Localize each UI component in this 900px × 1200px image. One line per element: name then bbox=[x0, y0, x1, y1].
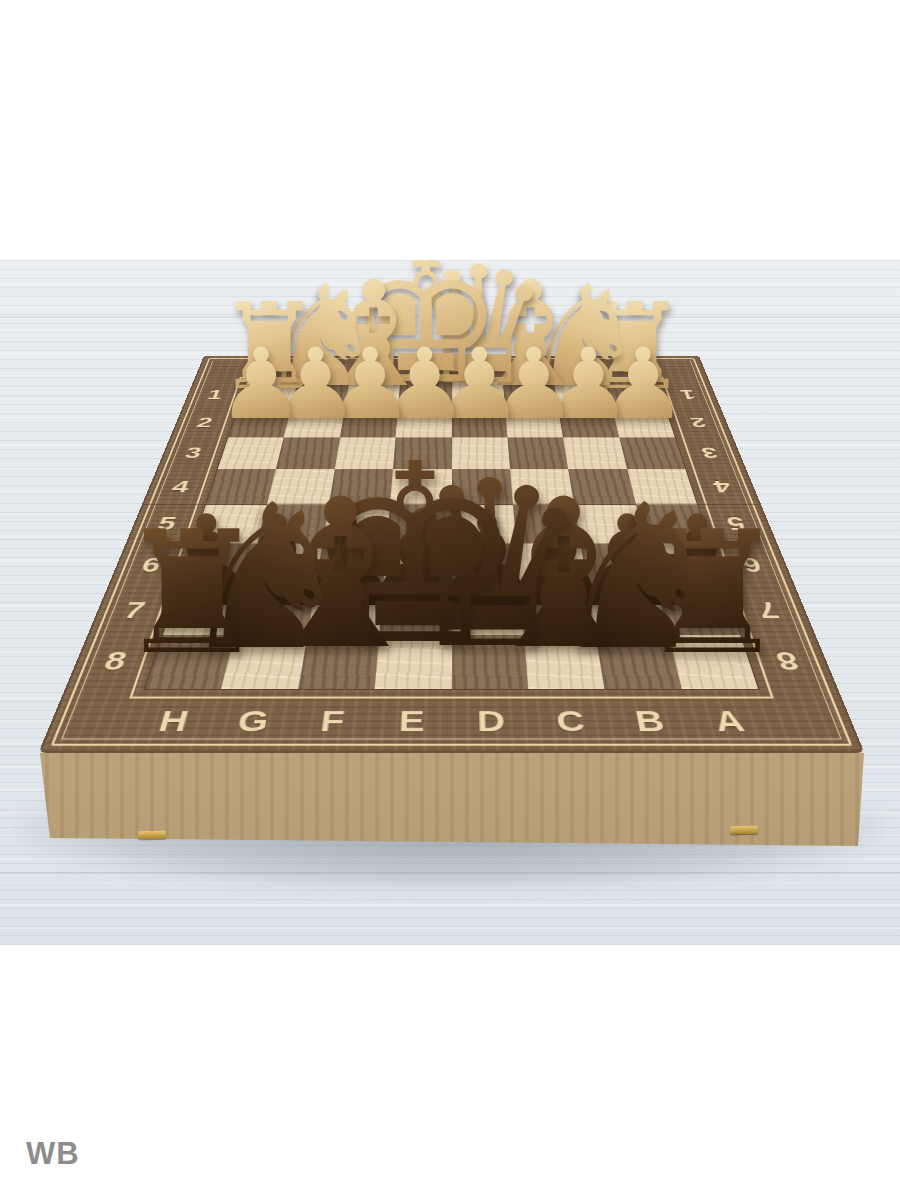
rank-label-left-7: 7 bbox=[120, 597, 149, 624]
file-label-far-F: F bbox=[368, 361, 385, 375]
watermark: WB bbox=[26, 1136, 80, 1172]
square-e3 bbox=[393, 437, 451, 469]
square-c8 bbox=[524, 635, 605, 689]
rank-label-left-4: 4 bbox=[169, 477, 193, 496]
square-d5 bbox=[452, 505, 517, 544]
file-label-near-A: A bbox=[710, 704, 748, 738]
square-a6 bbox=[645, 543, 724, 586]
square-d8 bbox=[452, 635, 529, 689]
square-c7 bbox=[520, 587, 596, 635]
square-f3 bbox=[335, 437, 396, 469]
square-g6 bbox=[247, 543, 322, 586]
square-g8 bbox=[222, 635, 308, 689]
square-c5 bbox=[513, 505, 581, 544]
file-label-far-B: B bbox=[567, 361, 588, 375]
square-g2 bbox=[284, 408, 345, 437]
square-h1 bbox=[238, 381, 298, 408]
square-g1 bbox=[291, 381, 349, 408]
screenshot: HGFEDCBAHGFEDCBA1234567812345678 ♜♞♝♛♚♝♞… bbox=[0, 0, 900, 1200]
square-c6 bbox=[516, 543, 588, 586]
square-b5 bbox=[574, 505, 645, 544]
rank-label-left-3: 3 bbox=[182, 444, 204, 462]
square-d6 bbox=[452, 543, 520, 586]
rank-label-right-1: 1 bbox=[678, 387, 698, 402]
square-a1 bbox=[605, 381, 665, 408]
square-h5 bbox=[193, 505, 267, 544]
square-g4 bbox=[267, 469, 334, 504]
file-label-near-F: F bbox=[318, 704, 346, 738]
square-c2 bbox=[505, 408, 563, 437]
square-b1 bbox=[554, 381, 612, 408]
rank-label-left-8: 8 bbox=[99, 646, 130, 676]
product-photo: HGFEDCBAHGFEDCBA1234567812345678 ♜♞♝♛♚♝♞… bbox=[0, 260, 900, 945]
table-plank-seam bbox=[0, 316, 900, 318]
rank-label-left-5: 5 bbox=[154, 513, 179, 535]
square-c1 bbox=[503, 381, 559, 408]
square-b8 bbox=[596, 635, 682, 689]
rank-label-right-4: 4 bbox=[711, 477, 735, 496]
square-h8 bbox=[145, 635, 235, 689]
square-b7 bbox=[588, 587, 668, 635]
square-a8 bbox=[668, 635, 758, 689]
file-label-near-C: C bbox=[555, 704, 587, 738]
file-label-far-G: G bbox=[315, 361, 337, 375]
rank-label-right-8: 8 bbox=[772, 646, 803, 676]
square-e1 bbox=[398, 381, 451, 408]
rank-label-right-6: 6 bbox=[738, 553, 765, 577]
file-label-near-B: B bbox=[633, 704, 668, 738]
square-f7 bbox=[307, 587, 383, 635]
square-b2 bbox=[558, 408, 619, 437]
file-label-far-C: C bbox=[517, 361, 536, 375]
square-e6 bbox=[383, 543, 451, 586]
square-a3 bbox=[619, 437, 685, 469]
file-label-far-A: A bbox=[616, 361, 638, 375]
square-d4 bbox=[452, 469, 513, 504]
square-e2 bbox=[396, 408, 452, 437]
playing-field bbox=[145, 381, 758, 689]
square-h6 bbox=[179, 543, 258, 586]
file-label-near-H: H bbox=[155, 704, 193, 738]
fold-seam bbox=[144, 503, 760, 505]
rank-label-left-1: 1 bbox=[205, 387, 225, 402]
square-e8 bbox=[375, 635, 452, 689]
square-b4 bbox=[568, 469, 635, 504]
square-g5 bbox=[258, 505, 329, 544]
square-e7 bbox=[379, 587, 451, 635]
square-f2 bbox=[340, 408, 398, 437]
square-a7 bbox=[656, 587, 740, 635]
square-a2 bbox=[612, 408, 675, 437]
square-g3 bbox=[276, 437, 340, 469]
square-d7 bbox=[452, 587, 524, 635]
square-e5 bbox=[387, 505, 452, 544]
square-f1 bbox=[345, 381, 401, 408]
square-h3 bbox=[218, 437, 284, 469]
square-c3 bbox=[507, 437, 568, 469]
square-d3 bbox=[452, 437, 510, 469]
file-label-near-G: G bbox=[234, 704, 271, 738]
square-h2 bbox=[228, 408, 291, 437]
square-c4 bbox=[510, 469, 574, 504]
square-h4 bbox=[206, 469, 276, 504]
square-h7 bbox=[163, 587, 247, 635]
square-d1 bbox=[452, 381, 505, 408]
square-d2 bbox=[452, 408, 508, 437]
rank-label-right-3: 3 bbox=[699, 444, 721, 462]
square-b3 bbox=[563, 437, 627, 469]
board-cast-shadow bbox=[18, 780, 882, 890]
rank-label-right-2: 2 bbox=[688, 414, 709, 430]
rank-label-right-5: 5 bbox=[724, 513, 749, 535]
file-label-far-D: D bbox=[468, 361, 486, 375]
rank-label-left-2: 2 bbox=[194, 414, 215, 430]
square-a5 bbox=[636, 505, 710, 544]
file-label-near-D: D bbox=[477, 704, 506, 738]
rank-label-left-6: 6 bbox=[138, 553, 165, 577]
square-f4 bbox=[329, 469, 393, 504]
file-label-far-H: H bbox=[265, 361, 287, 375]
square-f5 bbox=[322, 505, 390, 544]
rank-label-right-7: 7 bbox=[754, 597, 783, 624]
square-e4 bbox=[390, 469, 451, 504]
file-label-far-E: E bbox=[418, 361, 435, 375]
square-f6 bbox=[315, 543, 387, 586]
square-f8 bbox=[298, 635, 379, 689]
file-label-near-E: E bbox=[398, 704, 425, 738]
square-b6 bbox=[581, 543, 656, 586]
square-g7 bbox=[235, 587, 315, 635]
square-a4 bbox=[627, 469, 697, 504]
